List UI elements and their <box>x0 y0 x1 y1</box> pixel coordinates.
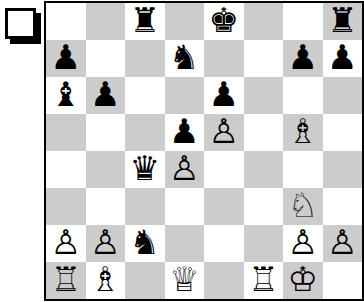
square-f3[interactable] <box>244 188 284 225</box>
square-f2[interactable] <box>244 225 284 262</box>
black-pawn[interactable]: ♟ <box>169 114 199 150</box>
white-bishop[interactable]: ♗ <box>288 114 318 150</box>
square-h8[interactable]: ♜ <box>323 3 363 40</box>
black-bishop[interactable]: ♝ <box>51 77 81 113</box>
black-rook[interactable]: ♜ <box>327 3 357 39</box>
square-g3[interactable]: ♘ <box>283 188 323 225</box>
square-e2[interactable] <box>204 225 244 262</box>
square-d5[interactable]: ♟ <box>165 114 205 151</box>
square-a8[interactable] <box>46 3 86 40</box>
square-h2[interactable]: ♙ <box>323 225 363 262</box>
square-b5[interactable] <box>86 114 126 151</box>
square-f7[interactable] <box>244 40 284 77</box>
black-knight[interactable]: ♞ <box>130 225 160 261</box>
square-g1[interactable]: ♔ <box>283 262 323 299</box>
square-g7[interactable]: ♟ <box>283 40 323 77</box>
white-rook[interactable]: ♖ <box>248 262 278 298</box>
square-a2[interactable]: ♙ <box>46 225 86 262</box>
white-pawn[interactable]: ♙ <box>288 225 318 261</box>
square-c4[interactable]: ♛ <box>125 151 165 188</box>
square-a4[interactable] <box>46 151 86 188</box>
white-queen[interactable]: ♕ <box>169 262 199 298</box>
black-pawn[interactable]: ♟ <box>51 40 81 76</box>
square-g4[interactable] <box>283 151 323 188</box>
square-h7[interactable]: ♟ <box>323 40 363 77</box>
square-b3[interactable] <box>86 188 126 225</box>
square-b1[interactable]: ♗ <box>86 262 126 299</box>
white-pawn[interactable]: ♙ <box>209 114 239 150</box>
square-c8[interactable]: ♜ <box>125 3 165 40</box>
white-pawn[interactable]: ♙ <box>90 225 120 261</box>
black-pawn[interactable]: ♟ <box>90 77 120 113</box>
square-c3[interactable] <box>125 188 165 225</box>
square-d8[interactable] <box>165 3 205 40</box>
square-e7[interactable] <box>204 40 244 77</box>
square-e1[interactable] <box>204 262 244 299</box>
white-rook[interactable]: ♖ <box>51 262 81 298</box>
black-pawn[interactable]: ♟ <box>288 40 318 76</box>
chess-board: ♜♚♜♟♞♟♟♝♟♟♟♙♗♛♙♘♙♙♞♙♙♖♗♕♖♔ <box>44 1 364 301</box>
square-f8[interactable] <box>244 3 284 40</box>
square-e8[interactable]: ♚ <box>204 3 244 40</box>
square-e3[interactable] <box>204 188 244 225</box>
square-e4[interactable] <box>204 151 244 188</box>
square-c7[interactable] <box>125 40 165 77</box>
black-knight[interactable]: ♞ <box>169 40 199 76</box>
white-pawn[interactable]: ♙ <box>169 151 199 187</box>
square-g6[interactable] <box>283 77 323 114</box>
white-to-move-indicator <box>5 8 36 39</box>
square-c1[interactable] <box>125 262 165 299</box>
square-c2[interactable]: ♞ <box>125 225 165 262</box>
white-king[interactable]: ♔ <box>288 262 318 298</box>
black-pawn[interactable]: ♟ <box>327 40 357 76</box>
black-king[interactable]: ♚ <box>209 3 239 39</box>
square-f5[interactable] <box>244 114 284 151</box>
black-rook[interactable]: ♜ <box>130 3 160 39</box>
square-b4[interactable] <box>86 151 126 188</box>
square-h4[interactable] <box>323 151 363 188</box>
square-f6[interactable] <box>244 77 284 114</box>
square-a5[interactable] <box>46 114 86 151</box>
square-a6[interactable]: ♝ <box>46 77 86 114</box>
square-c6[interactable] <box>125 77 165 114</box>
square-h3[interactable] <box>323 188 363 225</box>
square-a3[interactable] <box>46 188 86 225</box>
square-g2[interactable]: ♙ <box>283 225 323 262</box>
black-queen[interactable]: ♛ <box>130 151 160 187</box>
square-h1[interactable] <box>323 262 363 299</box>
square-h5[interactable] <box>323 114 363 151</box>
square-b6[interactable]: ♟ <box>86 77 126 114</box>
white-knight[interactable]: ♘ <box>288 188 318 224</box>
square-a7[interactable]: ♟ <box>46 40 86 77</box>
square-d6[interactable] <box>165 77 205 114</box>
black-pawn[interactable]: ♟ <box>209 77 239 113</box>
square-b8[interactable] <box>86 3 126 40</box>
square-e6[interactable]: ♟ <box>204 77 244 114</box>
square-g8[interactable] <box>283 3 323 40</box>
square-f4[interactable] <box>244 151 284 188</box>
white-bishop[interactable]: ♗ <box>90 262 120 298</box>
square-h6[interactable] <box>323 77 363 114</box>
square-f1[interactable]: ♖ <box>244 262 284 299</box>
square-b7[interactable] <box>86 40 126 77</box>
square-d7[interactable]: ♞ <box>165 40 205 77</box>
square-a1[interactable]: ♖ <box>46 262 86 299</box>
chess-diagram: ♜♚♜♟♞♟♟♝♟♟♟♙♗♛♙♘♙♙♞♙♙♖♗♕♖♔ <box>0 0 364 302</box>
square-g5[interactable]: ♗ <box>283 114 323 151</box>
square-e5[interactable]: ♙ <box>204 114 244 151</box>
square-d3[interactable] <box>165 188 205 225</box>
square-b2[interactable]: ♙ <box>86 225 126 262</box>
square-d1[interactable]: ♕ <box>165 262 205 299</box>
square-d2[interactable] <box>165 225 205 262</box>
square-c5[interactable] <box>125 114 165 151</box>
square-d4[interactable]: ♙ <box>165 151 205 188</box>
white-pawn[interactable]: ♙ <box>327 225 357 261</box>
white-pawn[interactable]: ♙ <box>51 225 81 261</box>
